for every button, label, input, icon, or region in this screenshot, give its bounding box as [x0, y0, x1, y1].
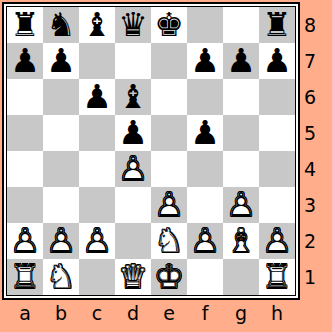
white-queen[interactable]: ♕︎ — [115, 259, 151, 295]
square-a4[interactable] — [7, 151, 43, 187]
white-pawn[interactable]: ♙︎ — [79, 223, 115, 259]
rank-label-5: 5 — [300, 115, 320, 151]
square-h1[interactable]: ♜︎♖︎ — [259, 259, 295, 295]
square-b2[interactable]: ♟︎♙︎ — [43, 223, 79, 259]
square-e7[interactable] — [151, 43, 187, 79]
file-label-h: h — [259, 298, 295, 328]
rank-label-7: 7 — [300, 43, 320, 79]
square-g4[interactable] — [223, 151, 259, 187]
square-g5[interactable] — [223, 115, 259, 151]
chess-diagram: ♜︎♞︎♝︎♛︎♚︎♜︎♟︎♟︎♟︎♟︎♟︎♟︎♝︎♟︎♟︎♟︎♙︎♟︎♙︎♟︎… — [0, 0, 332, 332]
white-rook[interactable]: ♖︎ — [259, 259, 295, 295]
square-a7[interactable]: ♟︎ — [7, 43, 43, 79]
rank-label-6: 6 — [300, 79, 320, 115]
square-h8[interactable]: ♜︎ — [259, 7, 295, 43]
white-pawn[interactable]: ♙︎ — [43, 223, 79, 259]
black-pawn[interactable]: ♟︎ — [43, 43, 79, 79]
square-d7[interactable] — [115, 43, 151, 79]
white-pawn[interactable]: ♙︎ — [259, 223, 295, 259]
rank-label-4: 4 — [300, 151, 320, 187]
square-h3[interactable] — [259, 187, 295, 223]
square-a1[interactable]: ♜︎♖︎ — [7, 259, 43, 295]
square-h6[interactable] — [259, 79, 295, 115]
square-a3[interactable] — [7, 187, 43, 223]
square-d5[interactable]: ♟︎ — [115, 115, 151, 151]
square-a2[interactable]: ♟︎♙︎ — [7, 223, 43, 259]
square-f4[interactable] — [187, 151, 223, 187]
square-g7[interactable]: ♟︎ — [223, 43, 259, 79]
square-b8[interactable]: ♞︎ — [43, 7, 79, 43]
square-e2[interactable]: ♞︎♘︎ — [151, 223, 187, 259]
white-rook[interactable]: ♖︎ — [7, 259, 43, 295]
square-b5[interactable] — [43, 115, 79, 151]
rank-label-8: 8 — [300, 7, 320, 43]
square-f3[interactable] — [187, 187, 223, 223]
square-e3[interactable]: ♟︎♙︎ — [151, 187, 187, 223]
square-b4[interactable] — [43, 151, 79, 187]
square-g1[interactable] — [223, 259, 259, 295]
square-c4[interactable] — [79, 151, 115, 187]
white-pawn[interactable]: ♙︎ — [115, 151, 151, 187]
white-bishop[interactable]: ♗︎ — [223, 223, 259, 259]
square-c8[interactable]: ♝︎ — [79, 7, 115, 43]
black-queen[interactable]: ♛︎ — [115, 7, 151, 43]
square-c7[interactable] — [79, 43, 115, 79]
square-d3[interactable] — [115, 187, 151, 223]
square-d2[interactable] — [115, 223, 151, 259]
file-label-b: b — [43, 298, 79, 328]
black-pawn[interactable]: ♟︎ — [115, 115, 151, 151]
square-d8[interactable]: ♛︎ — [115, 7, 151, 43]
square-b7[interactable]: ♟︎ — [43, 43, 79, 79]
file-label-e: e — [151, 298, 187, 328]
rank-label-1: 1 — [300, 259, 320, 295]
square-c2[interactable]: ♟︎♙︎ — [79, 223, 115, 259]
square-e8[interactable]: ♚︎ — [151, 7, 187, 43]
square-e6[interactable] — [151, 79, 187, 115]
black-pawn[interactable]: ♟︎ — [187, 115, 223, 151]
chess-board: ♜︎♞︎♝︎♛︎♚︎♜︎♟︎♟︎♟︎♟︎♟︎♟︎♝︎♟︎♟︎♟︎♙︎♟︎♙︎♟︎… — [6, 6, 296, 296]
white-pawn[interactable]: ♙︎ — [7, 223, 43, 259]
black-bishop[interactable]: ♝︎ — [115, 79, 151, 115]
square-g6[interactable] — [223, 79, 259, 115]
square-c1[interactable] — [79, 259, 115, 295]
square-f7[interactable]: ♟︎ — [187, 43, 223, 79]
rank-label-3: 3 — [300, 187, 320, 223]
chess-board-frame: ♜︎♞︎♝︎♛︎♚︎♜︎♟︎♟︎♟︎♟︎♟︎♟︎♝︎♟︎♟︎♟︎♙︎♟︎♙︎♟︎… — [2, 2, 300, 300]
square-e1[interactable]: ♚︎♔︎ — [151, 259, 187, 295]
square-g2[interactable]: ♝︎♗︎ — [223, 223, 259, 259]
square-d4[interactable]: ♟︎♙︎ — [115, 151, 151, 187]
square-b1[interactable]: ♞︎♘︎ — [43, 259, 79, 295]
square-d6[interactable]: ♝︎ — [115, 79, 151, 115]
square-a6[interactable] — [7, 79, 43, 115]
square-f6[interactable] — [187, 79, 223, 115]
file-label-d: d — [115, 298, 151, 328]
square-f8[interactable] — [187, 7, 223, 43]
white-pawn[interactable]: ♙︎ — [223, 187, 259, 223]
white-pawn[interactable]: ♙︎ — [187, 223, 223, 259]
black-pawn[interactable]: ♟︎ — [259, 43, 295, 79]
square-b3[interactable] — [43, 187, 79, 223]
square-f5[interactable]: ♟︎ — [187, 115, 223, 151]
white-knight[interactable]: ♘︎ — [151, 223, 187, 259]
square-f2[interactable]: ♟︎♙︎ — [187, 223, 223, 259]
square-e4[interactable] — [151, 151, 187, 187]
white-knight[interactable]: ♘︎ — [43, 259, 79, 295]
square-b6[interactable] — [43, 79, 79, 115]
file-label-g: g — [223, 298, 259, 328]
black-knight[interactable]: ♞︎ — [43, 7, 79, 43]
square-h7[interactable]: ♟︎ — [259, 43, 295, 79]
black-pawn[interactable]: ♟︎ — [187, 43, 223, 79]
black-king[interactable]: ♚︎ — [151, 7, 187, 43]
white-pawn[interactable]: ♙︎ — [151, 187, 187, 223]
rank-label-2: 2 — [300, 223, 320, 259]
file-label-f: f — [187, 298, 223, 328]
square-e5[interactable] — [151, 115, 187, 151]
black-bishop[interactable]: ♝︎ — [79, 7, 115, 43]
square-c5[interactable] — [79, 115, 115, 151]
square-g8[interactable] — [223, 7, 259, 43]
square-h5[interactable] — [259, 115, 295, 151]
square-a8[interactable]: ♜︎ — [7, 7, 43, 43]
square-h2[interactable]: ♟︎♙︎ — [259, 223, 295, 259]
square-c6[interactable]: ♟︎ — [79, 79, 115, 115]
square-d1[interactable]: ♛︎♕︎ — [115, 259, 151, 295]
white-king[interactable]: ♔︎ — [151, 259, 187, 295]
file-label-c: c — [79, 298, 115, 328]
square-h4[interactable] — [259, 151, 295, 187]
black-pawn[interactable]: ♟︎ — [7, 43, 43, 79]
black-pawn[interactable]: ♟︎ — [223, 43, 259, 79]
square-g3[interactable]: ♟︎♙︎ — [223, 187, 259, 223]
square-c3[interactable] — [79, 187, 115, 223]
black-pawn[interactable]: ♟︎ — [79, 79, 115, 115]
square-f1[interactable] — [187, 259, 223, 295]
file-label-a: a — [7, 298, 43, 328]
square-a5[interactable] — [7, 115, 43, 151]
black-rook[interactable]: ♜︎ — [259, 7, 295, 43]
black-rook[interactable]: ♜︎ — [7, 7, 43, 43]
